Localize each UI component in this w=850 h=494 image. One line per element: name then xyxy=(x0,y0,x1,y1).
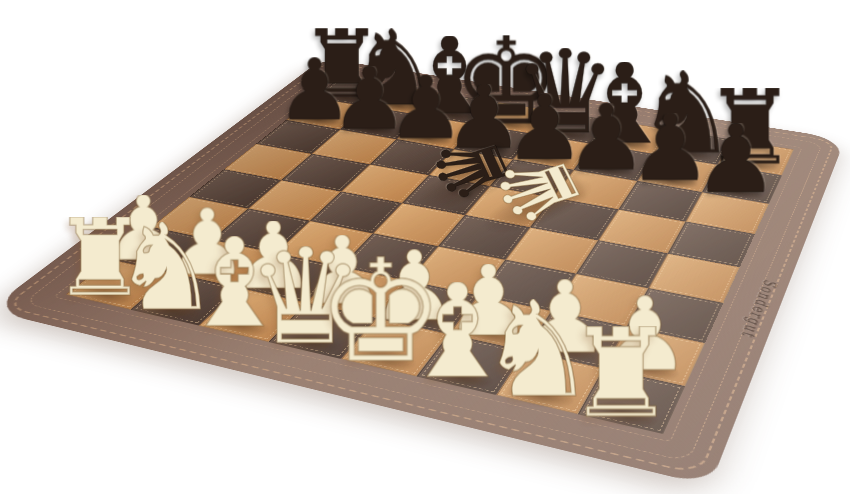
square-h1: ♜ xyxy=(578,368,686,434)
chess-mat: ♜♞♝♚♛♝♞♜♟♟♟♟♟♟♟♟♟♟♟♟♟♟♟♟♜♞♝♛♚♝♞♜ Sonderg… xyxy=(0,58,845,486)
embossed-brand-text: Sondergut xyxy=(736,278,781,339)
board-grid: ♜♞♝♚♛♝♞♜♟♟♟♟♟♟♟♟♟♟♟♟♟♟♟♟♜♞♝♛♚♝♞♜ xyxy=(66,77,794,434)
product-photo-scene: ♜♞♝♚♛♝♞♜♟♟♟♟♟♟♟♟♟♟♟♟♟♟♟♟♜♞♝♛♚♝♞♜ Sonderg… xyxy=(0,0,850,494)
black-pawn: ♟ xyxy=(694,123,779,197)
square-g5 xyxy=(598,209,686,253)
white-rook: ♜ xyxy=(566,326,676,422)
